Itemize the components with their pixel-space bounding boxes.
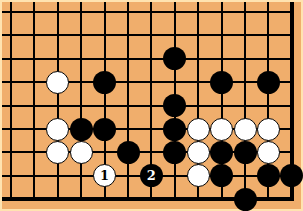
black-stone	[234, 141, 257, 164]
black-stone	[280, 164, 303, 187]
grid-vline	[127, 2, 129, 201]
black-stone	[234, 188, 257, 211]
black-stone	[163, 141, 186, 164]
black-stone	[93, 71, 116, 94]
black-stone	[117, 141, 140, 164]
black-stone	[163, 94, 186, 117]
white-stone	[187, 118, 210, 141]
white-stone	[187, 141, 210, 164]
white-stone	[257, 141, 280, 164]
white-stone	[257, 118, 280, 141]
black-stone	[257, 164, 280, 187]
grid-vline	[244, 2, 246, 201]
grid-vline	[33, 2, 35, 201]
white-stone	[234, 118, 257, 141]
grid-hline	[2, 105, 294, 107]
grid-vline	[10, 2, 12, 201]
white-stone	[187, 164, 210, 187]
black-stone	[70, 118, 93, 141]
black-stone	[93, 118, 116, 141]
black-stone	[163, 47, 186, 70]
grid-hline	[2, 34, 294, 36]
grid-vline	[80, 2, 82, 201]
white-stone	[46, 141, 69, 164]
white-stone	[210, 118, 233, 141]
white-stone	[70, 141, 93, 164]
white-stone	[46, 118, 69, 141]
grid-vline	[57, 2, 59, 201]
go-board-diagram: 12	[0, 0, 303, 211]
black-stone	[163, 118, 186, 141]
grid-hline	[2, 11, 294, 13]
black-stone	[257, 71, 280, 94]
move-1-stone: 1	[93, 164, 116, 187]
white-stone	[46, 71, 69, 94]
black-stone	[210, 141, 233, 164]
move-2-stone: 2	[140, 164, 163, 187]
black-stone	[210, 164, 233, 187]
black-stone	[210, 71, 233, 94]
grid-hline	[2, 58, 294, 60]
